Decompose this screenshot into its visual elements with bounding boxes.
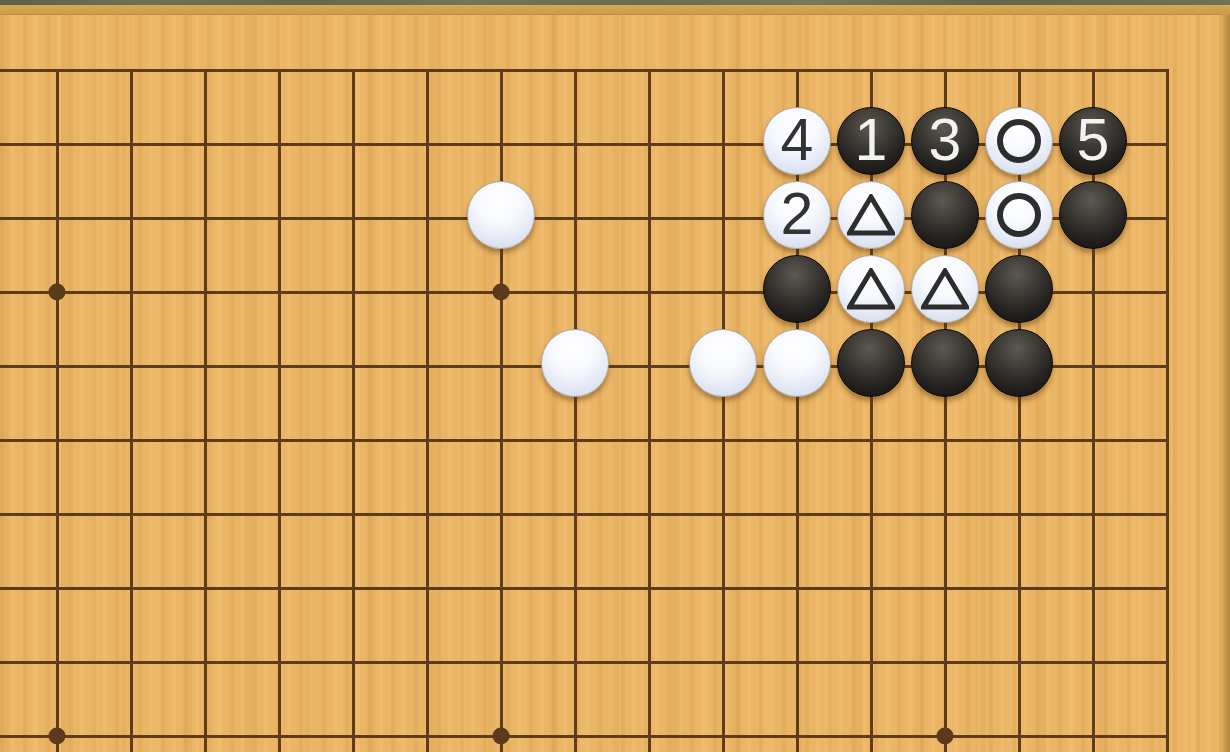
- triangle-mark-icon: [847, 194, 895, 236]
- stone-white[interactable]: [837, 255, 905, 323]
- stone-white[interactable]: [985, 107, 1053, 175]
- stone-black[interactable]: [837, 329, 905, 397]
- stone-black[interactable]: 1: [837, 107, 905, 175]
- stone-black[interactable]: [985, 329, 1053, 397]
- grid-line-vertical: [574, 69, 577, 752]
- grid-line-vertical: [130, 69, 133, 752]
- stone-black[interactable]: [911, 181, 979, 249]
- circle-mark-icon: [997, 119, 1041, 163]
- board-top-edge: [0, 5, 1230, 15]
- grid-line-vertical: [278, 69, 281, 752]
- grid-line-horizontal: [0, 513, 1169, 516]
- grid-line-horizontal: [0, 439, 1169, 442]
- grid-line-horizontal: [0, 735, 1169, 738]
- stone-white[interactable]: 2: [763, 181, 831, 249]
- stone-move-number: 3: [929, 111, 962, 170]
- stone-white[interactable]: [985, 181, 1053, 249]
- stone-white[interactable]: [911, 255, 979, 323]
- stone-white[interactable]: [763, 329, 831, 397]
- stone-white[interactable]: [689, 329, 757, 397]
- stone-black[interactable]: [911, 329, 979, 397]
- stone-white[interactable]: 4: [763, 107, 831, 175]
- grid-line-vertical: [204, 69, 207, 752]
- star-point: [49, 728, 66, 745]
- triangle-mark-icon: [921, 268, 969, 310]
- grid-line-vertical: [500, 69, 503, 752]
- grid-line-vertical: [1166, 69, 1169, 752]
- stone-black[interactable]: 3: [911, 107, 979, 175]
- stone-move-number: 5: [1077, 111, 1110, 170]
- star-point: [493, 284, 510, 301]
- grid-line-vertical: [352, 69, 355, 752]
- stone-white[interactable]: [467, 181, 535, 249]
- stone-black[interactable]: [985, 255, 1053, 323]
- go-board[interactable]: 41352: [0, 0, 1230, 752]
- grid-line-vertical: [722, 69, 725, 752]
- grid-line-horizontal: [0, 587, 1169, 590]
- stone-move-number: 1: [855, 111, 888, 170]
- stone-black[interactable]: 5: [1059, 107, 1127, 175]
- stone-black[interactable]: [763, 255, 831, 323]
- stone-move-number: 4: [781, 111, 814, 170]
- stone-white[interactable]: [541, 329, 609, 397]
- grid-line-vertical: [426, 69, 429, 752]
- star-point: [49, 284, 66, 301]
- grid-line-vertical: [648, 69, 651, 752]
- stone-white[interactable]: [837, 181, 905, 249]
- grid-line-horizontal: [0, 69, 1169, 72]
- star-point: [937, 728, 954, 745]
- grid-line-vertical: [56, 69, 59, 752]
- grid-line-horizontal: [0, 661, 1169, 664]
- stone-move-number: 2: [781, 185, 814, 244]
- board-right-edge: [1223, 14, 1230, 752]
- stone-black[interactable]: [1059, 181, 1127, 249]
- triangle-mark-icon: [847, 268, 895, 310]
- circle-mark-icon: [997, 193, 1041, 237]
- go-diagram-scene: 41352: [0, 0, 1230, 752]
- star-point: [493, 728, 510, 745]
